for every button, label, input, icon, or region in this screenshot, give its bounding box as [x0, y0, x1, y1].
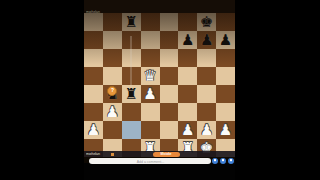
black-king-g8[interactable]: ♚ — [200, 13, 213, 31]
white-pawn-g2[interactable]: ♟ — [200, 121, 213, 139]
reaction-button-1[interactable] — [212, 158, 218, 164]
square-h7[interactable]: ♟ — [216, 31, 235, 49]
square-g4[interactable] — [197, 85, 216, 103]
square-g8[interactable]: ♚ — [197, 13, 216, 31]
chess-video: ♜♚♟♟♟♛♞♜♟♟♟♟♟♟♜♜♚ ? mwhelan mwhelan Mist… — [84, 0, 235, 180]
mistake-badge-icon: ? — [107, 86, 117, 96]
white-queen-d5[interactable]: ♛ — [143, 67, 156, 85]
black-pawn-h7[interactable]: ♟ — [219, 31, 232, 49]
square-b8[interactable] — [103, 13, 122, 31]
square-d4[interactable]: ♟ — [141, 85, 160, 103]
square-b7[interactable] — [103, 31, 122, 49]
square-d2[interactable] — [141, 121, 160, 139]
square-b5[interactable] — [103, 67, 122, 85]
square-b6[interactable] — [103, 49, 122, 67]
white-pawn-h2[interactable]: ♟ — [219, 121, 232, 139]
square-e3[interactable] — [160, 103, 179, 121]
black-pawn-f7[interactable]: ♟ — [181, 31, 194, 49]
square-e2[interactable] — [160, 121, 179, 139]
chess-board[interactable]: ♜♚♟♟♟♛♞♜♟♟♟♟♟♟♜♜♚ — [84, 13, 235, 157]
square-h5[interactable] — [216, 67, 235, 85]
white-pawn-f2[interactable]: ♟ — [181, 121, 194, 139]
square-g3[interactable] — [197, 103, 216, 121]
square-d7[interactable] — [141, 31, 160, 49]
square-h8[interactable] — [216, 13, 235, 31]
square-d3[interactable] — [141, 103, 160, 121]
square-a3[interactable] — [84, 103, 103, 121]
square-f3[interactable] — [178, 103, 197, 121]
square-b2[interactable] — [103, 121, 122, 139]
square-e8[interactable] — [160, 13, 179, 31]
comment-input[interactable]: Add a comment... — [89, 158, 211, 164]
square-c8[interactable]: ♜ — [122, 13, 141, 31]
square-h3[interactable] — [216, 103, 235, 121]
square-f7[interactable]: ♟ — [178, 31, 197, 49]
square-f6[interactable] — [178, 49, 197, 67]
player-flag-icon — [111, 153, 114, 156]
square-g5[interactable] — [197, 67, 216, 85]
square-d8[interactable] — [141, 13, 160, 31]
square-a5[interactable] — [84, 67, 103, 85]
square-e7[interactable] — [160, 31, 179, 49]
reaction-button-2[interactable] — [220, 158, 226, 164]
square-a2[interactable]: ♟ — [84, 121, 103, 139]
square-a7[interactable] — [84, 31, 103, 49]
square-f5[interactable] — [178, 67, 197, 85]
square-d5[interactable]: ♛ — [141, 67, 160, 85]
square-a8[interactable] — [84, 13, 103, 31]
square-c3[interactable] — [122, 103, 141, 121]
top-player-name: mwhelan — [86, 10, 100, 14]
square-a6[interactable] — [84, 49, 103, 67]
square-g6[interactable] — [197, 49, 216, 67]
white-pawn-a2[interactable]: ♟ — [87, 121, 100, 139]
square-b3[interactable]: ♟ — [103, 103, 122, 121]
square-g7[interactable]: ♟ — [197, 31, 216, 49]
white-pawn-b3[interactable]: ♟ — [106, 103, 119, 121]
black-rook-c8[interactable]: ♜ — [124, 13, 137, 31]
square-a4[interactable] — [84, 85, 103, 103]
square-h2[interactable]: ♟ — [216, 121, 235, 139]
reaction-button-3[interactable] — [228, 158, 234, 164]
bottom-player-name: mwhelan — [86, 152, 100, 156]
black-pawn-g7[interactable]: ♟ — [200, 31, 213, 49]
move-list-caption: d4 11.Qd3 Rc8 12.Rd1 Qb6 13.Qd5 Nb4 14.Q… — [85, 165, 235, 173]
square-c2[interactable] — [122, 121, 141, 139]
square-h4[interactable] — [216, 85, 235, 103]
move-quality-pill[interactable]: Mistake — [153, 152, 180, 157]
square-h6[interactable] — [216, 49, 235, 67]
square-d6[interactable] — [141, 49, 160, 67]
comment-placeholder: Add a comment... — [136, 159, 163, 163]
move-trail-line — [130, 36, 132, 88]
square-e6[interactable] — [160, 49, 179, 67]
overlay-bar: mwhelan Mistake — [84, 151, 235, 157]
square-f2[interactable]: ♟ — [178, 121, 197, 139]
move-quality-label: Mistake — [161, 153, 172, 156]
square-f8[interactable] — [178, 13, 197, 31]
square-g2[interactable]: ♟ — [197, 121, 216, 139]
square-f4[interactable] — [178, 85, 197, 103]
video-frame: ♜♚♟♟♟♛♞♜♟♟♟♟♟♟♜♜♚ ? mwhelan mwhelan Mist… — [0, 0, 320, 180]
top-strip — [84, 0, 235, 13]
square-e4[interactable] — [160, 85, 179, 103]
mistake-badge-glyph: ? — [110, 89, 113, 94]
white-pawn-d4[interactable]: ♟ — [143, 85, 156, 103]
square-e5[interactable] — [160, 67, 179, 85]
reaction-buttons — [212, 158, 234, 164]
